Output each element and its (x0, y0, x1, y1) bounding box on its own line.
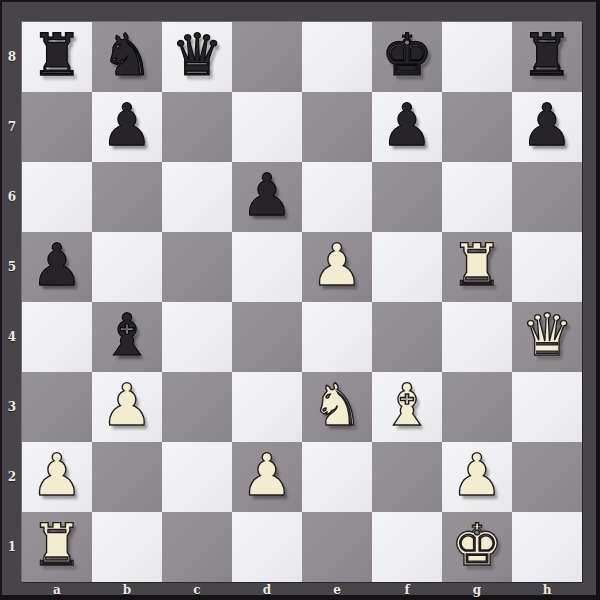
square-b2[interactable] (92, 442, 162, 512)
square-d3[interactable] (232, 372, 302, 442)
square-h4[interactable]: ♛ (512, 302, 582, 372)
square-a5[interactable]: ♟ (22, 232, 92, 302)
piece-black-rook-h8[interactable]: ♜ (521, 20, 573, 90)
square-d5[interactable] (232, 232, 302, 302)
square-f5[interactable] (372, 232, 442, 302)
file-label-h: h (512, 582, 582, 598)
file-label-g: g (442, 582, 512, 598)
file-label-b: b (92, 582, 162, 598)
square-c4[interactable] (162, 302, 232, 372)
square-f4[interactable] (372, 302, 442, 372)
square-f6[interactable] (372, 162, 442, 232)
piece-black-pawn-b7[interactable]: ♟ (101, 90, 153, 160)
square-h7[interactable]: ♟ (512, 92, 582, 162)
square-d2[interactable]: ♟ (232, 442, 302, 512)
square-h5[interactable] (512, 232, 582, 302)
square-g5[interactable]: ♜ (442, 232, 512, 302)
file-label-e: e (302, 582, 372, 598)
piece-black-king-f8[interactable]: ♚ (381, 20, 433, 90)
square-d1[interactable] (232, 512, 302, 582)
square-g2[interactable]: ♟ (442, 442, 512, 512)
rank-label-5: 5 (2, 232, 22, 302)
piece-white-pawn-e5[interactable]: ♟ (311, 230, 363, 300)
square-d4[interactable] (232, 302, 302, 372)
square-h6[interactable] (512, 162, 582, 232)
square-c2[interactable] (162, 442, 232, 512)
square-e3[interactable]: ♞ (302, 372, 372, 442)
file-label-a: a (22, 582, 92, 598)
square-f8[interactable]: ♚ (372, 22, 442, 92)
piece-black-pawn-f7[interactable]: ♟ (381, 90, 433, 160)
square-g1[interactable]: ♚ (442, 512, 512, 582)
rank-label-3: 3 (2, 372, 22, 442)
piece-white-pawn-a2[interactable]: ♟ (31, 440, 83, 510)
square-a6[interactable] (22, 162, 92, 232)
square-c8[interactable]: ♛ (162, 22, 232, 92)
rank-label-6: 6 (2, 162, 22, 232)
piece-black-rook-a8[interactable]: ♜ (31, 20, 83, 90)
piece-white-pawn-b3[interactable]: ♟ (101, 370, 153, 440)
square-b7[interactable]: ♟ (92, 92, 162, 162)
square-f3[interactable]: ♝ (372, 372, 442, 442)
square-h2[interactable] (512, 442, 582, 512)
piece-white-knight-e3[interactable]: ♞ (311, 370, 363, 440)
square-g8[interactable] (442, 22, 512, 92)
square-a4[interactable] (22, 302, 92, 372)
square-e1[interactable] (302, 512, 372, 582)
piece-white-bishop-f3[interactable]: ♝ (381, 370, 433, 440)
piece-white-queen-h4[interactable]: ♛ (521, 300, 573, 370)
square-a8[interactable]: ♜ (22, 22, 92, 92)
file-labels: a b c d e f g h (22, 582, 582, 598)
square-a1[interactable]: ♜ (22, 512, 92, 582)
file-label-c: c (162, 582, 232, 598)
piece-black-pawn-h7[interactable]: ♟ (521, 90, 573, 160)
rank-labels: 8 7 6 5 4 3 2 1 (2, 22, 22, 582)
square-a2[interactable]: ♟ (22, 442, 92, 512)
square-f7[interactable]: ♟ (372, 92, 442, 162)
square-e4[interactable] (302, 302, 372, 372)
piece-white-pawn-g2[interactable]: ♟ (451, 440, 503, 510)
square-b8[interactable]: ♞ (92, 22, 162, 92)
square-b4[interactable]: ♝ (92, 302, 162, 372)
square-f2[interactable] (372, 442, 442, 512)
square-e7[interactable] (302, 92, 372, 162)
file-label-d: d (232, 582, 302, 598)
square-h8[interactable]: ♜ (512, 22, 582, 92)
square-c5[interactable] (162, 232, 232, 302)
square-b5[interactable] (92, 232, 162, 302)
square-c7[interactable] (162, 92, 232, 162)
square-h3[interactable] (512, 372, 582, 442)
piece-white-rook-a1[interactable]: ♜ (31, 510, 83, 580)
rank-label-8: 8 (2, 22, 22, 92)
square-e5[interactable]: ♟ (302, 232, 372, 302)
square-d7[interactable] (232, 92, 302, 162)
square-b1[interactable] (92, 512, 162, 582)
square-f1[interactable] (372, 512, 442, 582)
square-d6[interactable]: ♟ (232, 162, 302, 232)
square-g7[interactable] (442, 92, 512, 162)
piece-white-king-g1[interactable]: ♚ (451, 510, 503, 580)
piece-black-queen-c8[interactable]: ♛ (171, 20, 223, 90)
square-d8[interactable] (232, 22, 302, 92)
square-c1[interactable] (162, 512, 232, 582)
square-c3[interactable] (162, 372, 232, 442)
piece-white-pawn-d2[interactable]: ♟ (241, 440, 293, 510)
piece-black-knight-b8[interactable]: ♞ (101, 20, 153, 90)
square-h1[interactable] (512, 512, 582, 582)
square-e6[interactable] (302, 162, 372, 232)
square-a3[interactable] (22, 372, 92, 442)
rank-label-7: 7 (2, 92, 22, 162)
square-g6[interactable] (442, 162, 512, 232)
square-b3[interactable]: ♟ (92, 372, 162, 442)
file-label-f: f (372, 582, 442, 598)
chess-board-frame: 8 7 6 5 4 3 2 1 ♜♞♛♚♜♟♟♟♟♟♟♜♝♛♟♞♝♟♟♟♜♚ a… (0, 0, 600, 600)
square-c6[interactable] (162, 162, 232, 232)
chess-board: ♜♞♛♚♜♟♟♟♟♟♟♜♝♛♟♞♝♟♟♟♜♚ (22, 22, 582, 582)
piece-black-bishop-b4[interactable]: ♝ (101, 300, 153, 370)
piece-black-pawn-a5[interactable]: ♟ (31, 230, 83, 300)
rank-label-1: 1 (2, 512, 22, 582)
square-g4[interactable] (442, 302, 512, 372)
square-e2[interactable] (302, 442, 372, 512)
square-b6[interactable] (92, 162, 162, 232)
rank-label-4: 4 (2, 302, 22, 372)
piece-black-pawn-d6[interactable]: ♟ (241, 160, 293, 230)
rank-label-2: 2 (2, 442, 22, 512)
square-g3[interactable] (442, 372, 512, 442)
piece-white-rook-g5[interactable]: ♜ (451, 230, 503, 300)
square-a7[interactable] (22, 92, 92, 162)
square-e8[interactable] (302, 22, 372, 92)
